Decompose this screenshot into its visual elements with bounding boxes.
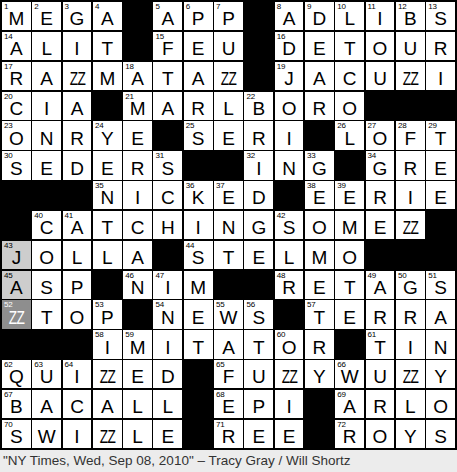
cell-letter: Y [305, 367, 334, 386]
cell-r11c15[interactable]: A [426, 300, 455, 328]
cell-letter: E [93, 159, 122, 178]
cell-r5c15[interactable]: 29T [426, 121, 455, 149]
cell-r14c15[interactable]: O [426, 390, 455, 418]
cell-letter: A [93, 9, 122, 28]
cell-r11c9[interactable]: 56S [244, 300, 273, 328]
cell-r8c13[interactable]: E [366, 211, 395, 239]
cell-r15c14[interactable]: Y [396, 420, 425, 448]
cell-letter: W [32, 427, 61, 446]
cell-letter: T [244, 338, 273, 357]
cell-letter: N [123, 278, 152, 297]
cell-r5c9[interactable]: R [244, 121, 273, 149]
cell-r5c12[interactable]: 26L [335, 121, 364, 149]
cell-letter: I [153, 338, 182, 357]
cell-r4c11[interactable]: R [305, 92, 334, 120]
cell-r10c6[interactable]: 47I [153, 271, 182, 299]
cell-r9c4[interactable]: L [93, 241, 122, 269]
cell-letter: A [32, 397, 61, 416]
cell-letter: O [335, 248, 364, 267]
cell-r7c9[interactable]: D [244, 181, 273, 209]
cell-r13c15[interactable]: Y [426, 360, 455, 388]
cell-r15c13[interactable]: O [366, 420, 395, 448]
cell-letter: A [335, 397, 364, 416]
black-cell-r1c5 [123, 2, 152, 30]
cell-letter: L [396, 397, 425, 416]
cell-r12c10[interactable]: 60O [275, 330, 304, 358]
black-cell-r6c7 [184, 151, 213, 179]
cell-letter: D [305, 9, 334, 28]
cell-r8c9[interactable]: G [244, 211, 273, 239]
cell-letter: Q [2, 367, 31, 386]
cell-r13c13[interactable]: U [366, 360, 395, 388]
cell-r6c13[interactable]: 34G [366, 151, 395, 179]
cell-letter: E [275, 427, 304, 446]
cell-r15c3[interactable]: I [63, 420, 92, 448]
cell-r5c7[interactable]: 25S [184, 121, 213, 149]
cell-r3c15[interactable]: I [426, 62, 455, 90]
cell-letter: R [214, 427, 243, 446]
cell-r4c8[interactable]: L [214, 92, 243, 120]
cell-r15c10[interactable]: E [275, 420, 304, 448]
cell-r11c12[interactable]: E [335, 300, 364, 328]
cell-r2c8[interactable]: U [214, 32, 243, 60]
cell-r1c15[interactable]: 13S [426, 2, 455, 30]
cell-r8c3[interactable]: 41A [63, 211, 92, 239]
cell-r8c2[interactable]: 40C [32, 211, 61, 239]
cell-r2c2[interactable]: L [32, 32, 61, 60]
cell-r1c13[interactable]: 11I [366, 2, 395, 30]
cell-r3c4[interactable]: M [93, 62, 122, 90]
cell-letter: E [123, 129, 152, 148]
cell-r2c1[interactable]: 14A [2, 32, 31, 60]
cell-r5c14[interactable]: 28F [396, 121, 425, 149]
cell-r7c8[interactable]: 37E [214, 181, 243, 209]
cell-r15c8[interactable]: 71R [214, 420, 243, 448]
cell-r2c11[interactable]: E [305, 32, 334, 60]
cell-letter: A [153, 99, 182, 118]
cell-r8c6[interactable]: H [153, 211, 182, 239]
cell-r14c8[interactable]: 68E [214, 390, 243, 418]
cell-r8c12[interactable]: M [335, 211, 364, 239]
cell-r2c13[interactable]: O [366, 32, 395, 60]
cell-r5c3[interactable]: R [63, 121, 92, 149]
cell-r13c10[interactable]: ZZ [275, 360, 304, 388]
cell-letter: I [396, 188, 425, 207]
cell-r11c13[interactable]: R [366, 300, 395, 328]
cell-letter: F [153, 39, 182, 58]
cell-r6c2[interactable]: E [32, 151, 61, 179]
cell-r6c11[interactable]: 33G [305, 151, 334, 179]
cell-r7c15[interactable]: E [426, 181, 455, 209]
black-cell-r2c5 [123, 32, 152, 60]
cell-r12c14[interactable]: I [396, 330, 425, 358]
cell-r2c6[interactable]: 15F [153, 32, 182, 60]
cell-r7c4[interactable]: 35N [93, 181, 122, 209]
cell-r12c13[interactable]: 61T [366, 330, 395, 358]
black-cell-r4c15 [426, 92, 455, 120]
cell-letter: Y [93, 129, 122, 148]
cell-letter: O [366, 39, 395, 58]
cell-letter: D [153, 367, 182, 386]
cell-r1c7[interactable]: 6P [184, 2, 213, 30]
cell-r4c9[interactable]: 22B [244, 92, 273, 120]
cell-r4c1[interactable]: 20C [2, 92, 31, 120]
cell-r11c7[interactable]: E [184, 300, 213, 328]
cell-r10c2[interactable]: S [32, 271, 61, 299]
cell-letter: I [275, 129, 304, 148]
cell-r12c6[interactable]: I [153, 330, 182, 358]
cell-letter: G [366, 159, 395, 178]
cell-letter-rebus: ZZ [6, 308, 27, 327]
cell-r3c8[interactable]: ZZ [214, 62, 243, 90]
cell-letter: U [366, 367, 395, 386]
cell-r13c8[interactable]: 65F [214, 360, 243, 388]
black-cell-r10c8 [214, 271, 243, 299]
cell-r15c5[interactable]: L [123, 420, 152, 448]
cell-letter: E [214, 397, 243, 416]
cell-r11c1[interactable]: 52ZZ [2, 300, 31, 328]
cell-r9c10[interactable]: L [275, 241, 304, 269]
cell-letter: R [123, 159, 152, 178]
cell-letter: O [305, 218, 334, 237]
cell-letter: D [244, 188, 273, 207]
cell-r15c2[interactable]: W [32, 420, 61, 448]
cell-r13c5[interactable]: E [123, 360, 152, 388]
cell-letter: G [305, 159, 334, 178]
cell-r5c8[interactable]: E [214, 121, 243, 149]
cell-r14c1[interactable]: 67B [2, 390, 31, 418]
cell-r14c3[interactable]: C [63, 390, 92, 418]
cell-r2c12[interactable]: T [335, 32, 364, 60]
cell-r4c2[interactable]: I [32, 92, 61, 120]
cell-r11c6[interactable]: 54N [153, 300, 182, 328]
cell-r9c9[interactable]: E [244, 241, 273, 269]
cell-letter: E [32, 159, 61, 178]
cell-letter: P [93, 308, 122, 327]
black-cell-r11c5 [123, 300, 152, 328]
cell-letter-rebus: ZZ [97, 427, 118, 446]
cell-r8c11[interactable]: O [305, 211, 334, 239]
cell-letter: P [244, 397, 273, 416]
cell-r10c14[interactable]: 50G [396, 271, 425, 299]
cell-r2c7[interactable]: E [184, 32, 213, 60]
cell-r5c1[interactable]: 23O [2, 121, 31, 149]
black-cell-r3c9 [244, 62, 273, 90]
cell-r1c12[interactable]: 10L [335, 2, 364, 30]
cell-r7c5[interactable]: I [123, 181, 152, 209]
cell-letter: U [396, 39, 425, 58]
cell-letter: W [335, 367, 364, 386]
cell-r5c5[interactable]: E [123, 121, 152, 149]
cell-letter: A [275, 9, 304, 28]
cell-r7c13[interactable]: R [366, 181, 395, 209]
cell-r12c5[interactable]: 59M [123, 330, 152, 358]
cell-r10c3[interactable]: P [63, 271, 92, 299]
cell-r7c7[interactable]: 36K [184, 181, 213, 209]
cell-letter: J [2, 248, 31, 267]
cell-r6c5[interactable]: R [123, 151, 152, 179]
cell-r12c9[interactable]: T [244, 330, 273, 358]
cell-r9c3[interactable]: L [63, 241, 92, 269]
cell-letter: O [32, 248, 61, 267]
cell-r12c11[interactable]: R [305, 330, 334, 358]
cell-letter: C [335, 69, 364, 88]
cell-r6c1[interactable]: 30S [2, 151, 31, 179]
cell-r13c12[interactable]: 66W [335, 360, 364, 388]
cell-r5c4[interactable]: 24Y [93, 121, 122, 149]
cell-r3c3[interactable]: ZZ [63, 62, 92, 90]
cell-r4c3[interactable]: A [63, 92, 92, 120]
cell-letter: J [275, 69, 304, 88]
cell-letter: A [2, 278, 31, 297]
cell-r14c14[interactable]: L [396, 390, 425, 418]
cell-letter: B [2, 397, 31, 416]
cell-r6c4[interactable]: E [93, 151, 122, 179]
cell-r14c5[interactable]: L [123, 390, 152, 418]
cell-letter: K [184, 188, 213, 207]
cell-r13c14[interactable]: ZZ [396, 360, 425, 388]
cell-letter: U [366, 69, 395, 88]
cell-r7c12[interactable]: 39E [335, 181, 364, 209]
cell-letter: R [366, 397, 395, 416]
cell-letter: D [63, 159, 92, 178]
cell-r9c5[interactable]: A [123, 241, 152, 269]
cell-r15c4[interactable]: ZZ [93, 420, 122, 448]
cell-r15c1[interactable]: 70S [2, 420, 31, 448]
cell-r14c6[interactable]: L [153, 390, 182, 418]
cell-r4c12[interactable]: O [335, 92, 364, 120]
cell-r8c14[interactable]: ZZ [396, 211, 425, 239]
cell-r3c2[interactable]: A [32, 62, 61, 90]
cell-r3c6[interactable]: T [153, 62, 182, 90]
cell-letter: I [32, 99, 61, 118]
cell-letter: E [123, 367, 152, 386]
cell-r2c3[interactable]: I [63, 32, 92, 60]
crossword-grid: 1M2E3G4A5A6P7P8A9D10L11I12B13S14ALIT15FE… [0, 0, 457, 450]
cell-letter: P [63, 278, 92, 297]
cell-letter: R [335, 427, 364, 446]
cell-r1c8[interactable]: 7P [214, 2, 243, 30]
cell-letter: A [305, 69, 334, 88]
cell-r13c3[interactable]: 64I [63, 360, 92, 388]
cell-r9c12[interactable]: O [335, 241, 364, 269]
black-cell-r7c1 [2, 181, 31, 209]
cell-letter: E [32, 9, 61, 28]
cell-letter: L [153, 397, 182, 416]
cell-r1c6[interactable]: 5A [153, 2, 182, 30]
cell-letter: S [184, 248, 213, 267]
cell-r6c9[interactable]: 32I [244, 151, 273, 179]
cell-letter: R [366, 308, 395, 327]
cell-letter: S [32, 278, 61, 297]
cell-r6c10[interactable]: N [275, 151, 304, 179]
cell-r3c1[interactable]: 17R [2, 62, 31, 90]
cell-letter: S [153, 159, 182, 178]
cell-letter: T [366, 338, 395, 357]
cell-letter: O [275, 338, 304, 357]
cell-r9c2[interactable]: O [32, 241, 61, 269]
cell-letter: T [93, 218, 122, 237]
cell-letter: T [335, 278, 364, 297]
cell-r3c12[interactable]: C [335, 62, 364, 90]
cell-r4c5[interactable]: 21M [123, 92, 152, 120]
cell-r7c14[interactable]: I [396, 181, 425, 209]
cell-letter: R [275, 278, 304, 297]
cell-letter: M [305, 248, 334, 267]
cell-r1c3[interactable]: 3G [63, 2, 92, 30]
cell-r12c7[interactable]: T [184, 330, 213, 358]
cell-r15c9[interactable]: E [244, 420, 273, 448]
cell-letter: L [63, 248, 92, 267]
cell-letter: L [123, 427, 152, 446]
cell-r13c9[interactable]: U [244, 360, 273, 388]
cell-r11c3[interactable]: O [63, 300, 92, 328]
cell-r12c15[interactable]: N [426, 330, 455, 358]
cell-r1c2[interactable]: 2E [32, 2, 61, 30]
cell-r13c1[interactable]: 62Q [2, 360, 31, 388]
black-cell-r4c13 [366, 92, 395, 120]
cell-r5c2[interactable]: N [32, 121, 61, 149]
cell-r14c4[interactable]: A [93, 390, 122, 418]
cell-letter: E [184, 308, 213, 327]
cell-r13c2[interactable]: 63U [32, 360, 61, 388]
cell-r15c15[interactable]: S [426, 420, 455, 448]
cell-r9c11[interactable]: M [305, 241, 334, 269]
cell-letter-rebus: ZZ [400, 218, 421, 237]
cell-letter: S [426, 427, 455, 446]
cell-letter-rebus: ZZ [97, 367, 118, 386]
cell-r5c13[interactable]: 27O [366, 121, 395, 149]
cell-letter: D [275, 39, 304, 58]
black-cell-r5c11 [305, 121, 334, 149]
cell-r13c6[interactable]: D [153, 360, 182, 388]
cell-r1c4[interactable]: 4A [93, 2, 122, 30]
cell-r6c6[interactable]: 31S [153, 151, 182, 179]
cell-r14c13[interactable]: R [366, 390, 395, 418]
cell-r15c12[interactable]: 72R [335, 420, 364, 448]
cell-r15c6[interactable]: E [153, 420, 182, 448]
black-cell-r7c10 [275, 181, 304, 209]
cell-letter: O [366, 129, 395, 148]
cell-r3c13[interactable]: U [366, 62, 395, 90]
cell-r12c4[interactable]: 58I [93, 330, 122, 358]
cell-r1c1[interactable]: 1M [2, 2, 31, 30]
black-cell-r5c6 [153, 121, 182, 149]
cell-r6c3[interactable]: D [63, 151, 92, 179]
cell-r2c14[interactable]: U [396, 32, 425, 60]
cell-letter: S [426, 9, 455, 28]
cell-r3c10[interactable]: 19J [275, 62, 304, 90]
cell-r10c15[interactable]: 51S [426, 271, 455, 299]
cell-r12c8[interactable]: A [214, 330, 243, 358]
cell-letter: R [426, 39, 455, 58]
cell-letter: F [396, 129, 425, 148]
cell-r3c5[interactable]: 18A [123, 62, 152, 90]
cell-r8c5[interactable]: C [123, 211, 152, 239]
cell-r11c2[interactable]: T [32, 300, 61, 328]
cell-r11c11[interactable]: 57T [305, 300, 334, 328]
cell-r10c12[interactable]: T [335, 271, 364, 299]
cell-r8c7[interactable]: I [184, 211, 213, 239]
cell-letter: G [63, 9, 92, 28]
cell-letter: U [32, 367, 61, 386]
cell-r7c11[interactable]: 38E [305, 181, 334, 209]
cell-letter: E [335, 188, 364, 207]
cell-letter-rebus: ZZ [67, 69, 88, 88]
cell-r11c8[interactable]: 55W [214, 300, 243, 328]
cell-r2c10[interactable]: 16D [275, 32, 304, 60]
cell-letter: O [335, 99, 364, 118]
cell-letter: E [244, 248, 273, 267]
cell-r14c10[interactable]: I [275, 390, 304, 418]
cell-r1c10[interactable]: 8A [275, 2, 304, 30]
cell-r3c7[interactable]: A [184, 62, 213, 90]
cell-letter: S [275, 218, 304, 237]
cell-r8c8[interactable]: N [214, 211, 243, 239]
cell-r9c7[interactable]: 44S [184, 241, 213, 269]
cell-letter: T [426, 129, 455, 148]
black-cell-r8c1 [2, 211, 31, 239]
cell-r4c6[interactable]: A [153, 92, 182, 120]
black-cell-r4c14 [396, 92, 425, 120]
cell-letter: S [426, 278, 455, 297]
cell-r3c11[interactable]: A [305, 62, 334, 90]
cell-r10c7[interactable]: M [184, 271, 213, 299]
cell-r10c13[interactable]: 49A [366, 271, 395, 299]
cell-r11c14[interactable]: R [396, 300, 425, 328]
cell-r14c9[interactable]: P [244, 390, 273, 418]
cell-r9c8[interactable]: T [214, 241, 243, 269]
cell-r8c10[interactable]: 42S [275, 211, 304, 239]
cell-r10c5[interactable]: 46N [123, 271, 152, 299]
cell-letter-rebus: ZZ [400, 367, 421, 386]
cell-r14c12[interactable]: 69A [335, 390, 364, 418]
black-cell-r14c7 [184, 390, 213, 418]
cell-r1c11[interactable]: 9D [305, 2, 334, 30]
cell-r8c4[interactable]: T [93, 211, 122, 239]
cell-r4c7[interactable]: R [184, 92, 213, 120]
cell-r13c4[interactable]: ZZ [93, 360, 122, 388]
cell-r6c15[interactable]: E [426, 151, 455, 179]
cell-letter: S [244, 308, 273, 327]
black-cell-r12c12 [335, 330, 364, 358]
cell-letter: N [153, 308, 182, 327]
cell-letter-rebus: ZZ [279, 367, 300, 386]
cell-r14c2[interactable]: A [32, 390, 61, 418]
black-cell-r11c10 [275, 300, 304, 328]
cell-letter: B [396, 9, 425, 28]
cell-r7c6[interactable]: C [153, 181, 182, 209]
cell-r6c14[interactable]: R [396, 151, 425, 179]
cell-r2c4[interactable]: T [93, 32, 122, 60]
cell-r2c15[interactable]: R [426, 32, 455, 60]
cell-r10c11[interactable]: E [305, 271, 334, 299]
cell-r4c10[interactable]: O [275, 92, 304, 120]
cell-r5c10[interactable]: I [275, 121, 304, 149]
cell-letter: L [214, 99, 243, 118]
cell-r13c11[interactable]: Y [305, 360, 334, 388]
cell-r9c1[interactable]: 43J [2, 241, 31, 269]
cell-r10c10[interactable]: 48R [275, 271, 304, 299]
cell-r10c1[interactable]: 45A [2, 271, 31, 299]
cell-letter: E [305, 188, 334, 207]
cell-r1c14[interactable]: 12B [396, 2, 425, 30]
cell-letter: A [214, 338, 243, 357]
cell-letter: R [366, 188, 395, 207]
cell-r3c14[interactable]: ZZ [396, 62, 425, 90]
cell-letter: L [275, 248, 304, 267]
cell-r11c4[interactable]: 53P [93, 300, 122, 328]
